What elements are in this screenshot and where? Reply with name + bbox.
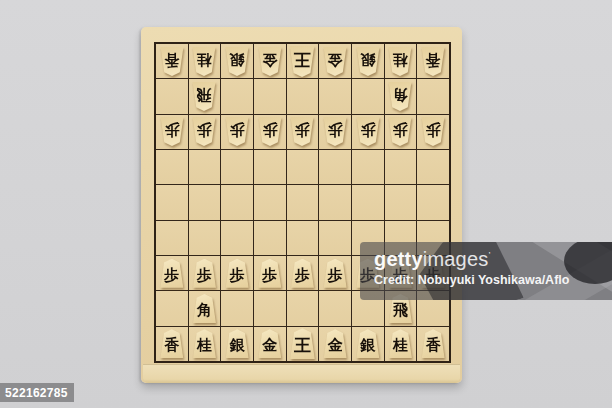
gote-piece-王: 王	[288, 46, 316, 77]
board-cell-r8c6	[319, 291, 351, 325]
board-cell-r9c2: 桂	[189, 327, 221, 361]
board-cell-r9c8: 桂	[385, 327, 417, 361]
gote-piece-歩: 歩	[355, 117, 381, 146]
gote-piece-銀: 銀	[355, 47, 381, 76]
board-cell-r9c6: 金	[319, 327, 351, 361]
sente-piece-歩: 歩	[159, 259, 185, 288]
sente-piece-金: 金	[257, 329, 283, 358]
getty-logo-bold: getty	[374, 248, 423, 270]
gote-piece-銀: 銀	[224, 47, 250, 76]
board-cell-r9c4: 金	[254, 327, 286, 361]
board-cell-r5c7	[352, 185, 384, 219]
gote-piece-金: 金	[257, 47, 283, 76]
board-cell-r5c1	[156, 185, 188, 219]
board-cell-r3c4: 歩	[254, 115, 286, 149]
board-cell-r3c9: 歩	[417, 115, 449, 149]
board-cell-r2c5	[287, 79, 319, 113]
gote-piece-歩: 歩	[420, 117, 446, 146]
board-cell-r3c7: 歩	[352, 115, 384, 149]
board-cell-r3c5: 歩	[287, 115, 319, 149]
board-cell-r9c5: 王	[287, 327, 319, 361]
gote-piece-金: 金	[322, 47, 348, 76]
sente-piece-歩: 歩	[322, 259, 348, 288]
gote-piece-桂: 桂	[387, 47, 413, 76]
gote-piece-歩: 歩	[159, 117, 185, 146]
gote-piece-歩: 歩	[322, 117, 348, 146]
sente-piece-歩: 歩	[191, 259, 217, 288]
board-cell-r4c7	[352, 150, 384, 184]
board-cell-r2c1	[156, 79, 188, 113]
board-cell-r2c6	[319, 79, 351, 113]
board-cell-r1c8: 桂	[385, 44, 417, 78]
sente-piece-桂: 桂	[387, 329, 413, 358]
board-cell-r2c4	[254, 79, 286, 113]
board-cell-r8c1	[156, 291, 188, 325]
getty-logo: gettyimages’	[374, 248, 491, 271]
board-cell-r4c6	[319, 150, 351, 184]
getty-logo-mark: ’	[488, 250, 490, 260]
sente-piece-桂: 桂	[191, 329, 217, 358]
gote-piece-香: 香	[420, 47, 446, 76]
board-cell-r2c3	[221, 79, 253, 113]
sente-piece-歩: 歩	[289, 259, 315, 288]
board-front-edge	[143, 364, 460, 383]
board-cell-r1c7: 銀	[352, 44, 384, 78]
board-cell-r8c5	[287, 291, 319, 325]
board-cell-r5c5	[287, 185, 319, 219]
board-cell-r6c6	[319, 221, 351, 255]
board-cell-r4c9	[417, 150, 449, 184]
sente-piece-銀: 銀	[355, 329, 381, 358]
board-cell-r3c2: 歩	[189, 115, 221, 149]
board-cell-r6c3	[221, 221, 253, 255]
board-cell-r7c1: 歩	[156, 256, 188, 290]
sente-piece-歩: 歩	[257, 259, 283, 288]
board-cell-r5c8	[385, 185, 417, 219]
board-cell-r6c4	[254, 221, 286, 255]
board-cell-r2c2: 飛	[189, 79, 221, 113]
board-cell-r6c2	[189, 221, 221, 255]
board-cell-r4c1	[156, 150, 188, 184]
board-cell-r6c1	[156, 221, 188, 255]
board-cell-r3c3: 歩	[221, 115, 253, 149]
sente-piece-香: 香	[159, 329, 185, 358]
gote-piece-飛: 飛	[191, 82, 217, 111]
board-cell-r4c2	[189, 150, 221, 184]
sente-piece-香: 香	[420, 329, 446, 358]
board-cell-r9c3: 銀	[221, 327, 253, 361]
gote-piece-香: 香	[159, 47, 185, 76]
gote-piece-歩: 歩	[387, 117, 413, 146]
board-cell-r1c3: 銀	[221, 44, 253, 78]
board-cell-r5c4	[254, 185, 286, 219]
board-cell-r3c8: 歩	[385, 115, 417, 149]
board-cell-r1c9: 香	[417, 44, 449, 78]
getty-watermark-bar: gettyimages’ Credit: Nobuyuki Yoshikawa/…	[360, 242, 612, 300]
board-cell-r5c2	[189, 185, 221, 219]
sente-piece-金: 金	[322, 329, 348, 358]
board-cell-r9c7: 銀	[352, 327, 384, 361]
board-cell-r7c3: 歩	[221, 256, 253, 290]
board-cell-r5c6	[319, 185, 351, 219]
board-cell-r5c9	[417, 185, 449, 219]
board-cell-r1c6: 金	[319, 44, 351, 78]
board-cell-r1c4: 金	[254, 44, 286, 78]
board-cell-r9c9: 香	[417, 327, 449, 361]
getty-logo-regular: images	[423, 248, 489, 270]
shogi-board: 香桂銀金王金銀桂香飛角歩歩歩歩歩歩歩歩歩歩歩歩歩歩歩歩歩歩角飛香桂銀金王金銀桂香	[141, 27, 462, 383]
board-cell-r8c4	[254, 291, 286, 325]
board-cell-r8c2: 角	[189, 291, 221, 325]
gote-piece-歩: 歩	[191, 117, 217, 146]
stock-photo-shogi-board: 香桂銀金王金銀桂香飛角歩歩歩歩歩歩歩歩歩歩歩歩歩歩歩歩歩歩角飛香桂銀金王金銀桂香…	[0, 0, 612, 408]
board-cell-r7c2: 歩	[189, 256, 221, 290]
board-cell-r4c8	[385, 150, 417, 184]
board-cell-r3c6: 歩	[319, 115, 351, 149]
board-cell-r1c5: 王	[287, 44, 319, 78]
board-cell-r2c9	[417, 79, 449, 113]
gote-piece-歩: 歩	[257, 117, 283, 146]
board-cell-r7c6: 歩	[319, 256, 351, 290]
board-cell-r1c1: 香	[156, 44, 188, 78]
sente-piece-王: 王	[288, 328, 316, 359]
board-cell-r6c5	[287, 221, 319, 255]
gote-piece-角: 角	[387, 82, 413, 111]
board-cell-r2c7	[352, 79, 384, 113]
board-grid: 香桂銀金王金銀桂香飛角歩歩歩歩歩歩歩歩歩歩歩歩歩歩歩歩歩歩角飛香桂銀金王金銀桂香	[154, 42, 451, 363]
board-cell-r5c3	[221, 185, 253, 219]
board-cell-r2c8: 角	[385, 79, 417, 113]
image-id-badge: 522162785	[0, 383, 74, 402]
board-cell-r1c2: 桂	[189, 44, 221, 78]
board-cell-r7c5: 歩	[287, 256, 319, 290]
gote-piece-歩: 歩	[289, 117, 315, 146]
board-cell-r4c3	[221, 150, 253, 184]
board-cell-r4c5	[287, 150, 319, 184]
sente-piece-銀: 銀	[224, 329, 250, 358]
board-cell-r7c4: 歩	[254, 256, 286, 290]
photo-credit: Credit: Nobuyuki Yoshikawa/Aflo	[374, 273, 569, 287]
board-cell-r8c3	[221, 291, 253, 325]
gote-piece-桂: 桂	[191, 47, 217, 76]
board-cell-r3c1: 歩	[156, 115, 188, 149]
sente-piece-歩: 歩	[224, 259, 250, 288]
board-cell-r9c1: 香	[156, 327, 188, 361]
board-cell-r4c4	[254, 150, 286, 184]
gote-piece-歩: 歩	[224, 117, 250, 146]
sente-piece-角: 角	[191, 294, 217, 323]
